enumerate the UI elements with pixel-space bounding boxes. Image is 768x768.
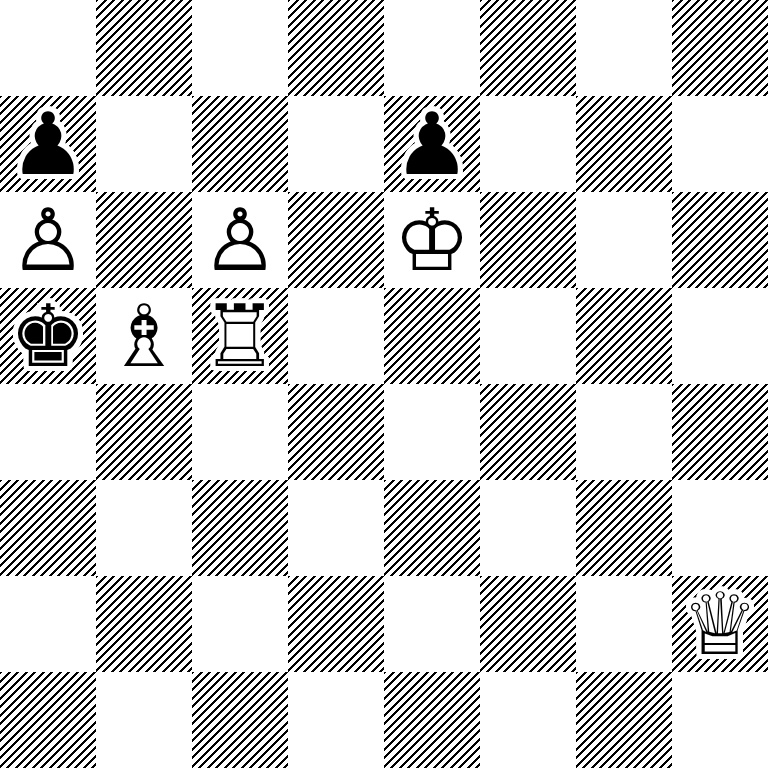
square-f5[interactable]: [480, 288, 576, 384]
chess-board: ♟♟♟♟♟♙♟♙♚♔♚♚♝♗♜♖♛♕: [0, 0, 768, 768]
square-a7[interactable]: ♟♟: [0, 96, 96, 192]
square-f4[interactable]: [480, 384, 576, 480]
square-a3[interactable]: [0, 480, 96, 576]
square-h7[interactable]: [672, 96, 768, 192]
white-pawn-piece: ♟♙: [0, 192, 96, 288]
square-h4[interactable]: [672, 384, 768, 480]
black-king-piece: ♚♚: [0, 288, 96, 384]
square-b3[interactable]: [96, 480, 192, 576]
white-rook-piece: ♜♖: [192, 288, 288, 384]
square-c7[interactable]: [192, 96, 288, 192]
square-a2[interactable]: [0, 576, 96, 672]
square-f6[interactable]: [480, 192, 576, 288]
square-c4[interactable]: [192, 384, 288, 480]
square-d7[interactable]: [288, 96, 384, 192]
square-a1[interactable]: [0, 672, 96, 768]
square-f3[interactable]: [480, 480, 576, 576]
square-h1[interactable]: [672, 672, 768, 768]
piece-glyph: ♟: [384, 96, 480, 192]
square-g1[interactable]: [576, 672, 672, 768]
square-g8[interactable]: [576, 0, 672, 96]
piece-glyph: ♙: [192, 192, 288, 288]
square-c5[interactable]: ♜♖: [192, 288, 288, 384]
square-c1[interactable]: [192, 672, 288, 768]
square-a5[interactable]: ♚♚: [0, 288, 96, 384]
white-bishop-piece: ♝♗: [96, 288, 192, 384]
square-b8[interactable]: [96, 0, 192, 96]
square-d8[interactable]: [288, 0, 384, 96]
square-c2[interactable]: [192, 576, 288, 672]
square-h5[interactable]: [672, 288, 768, 384]
square-d2[interactable]: [288, 576, 384, 672]
square-a6[interactable]: ♟♙: [0, 192, 96, 288]
piece-glyph: ♖: [192, 288, 288, 384]
square-e8[interactable]: [384, 0, 480, 96]
square-d5[interactable]: [288, 288, 384, 384]
square-e1[interactable]: [384, 672, 480, 768]
piece-glyph: ♚: [0, 288, 96, 384]
piece-glyph: ♟: [0, 96, 96, 192]
square-b2[interactable]: [96, 576, 192, 672]
square-e2[interactable]: [384, 576, 480, 672]
square-f8[interactable]: [480, 0, 576, 96]
square-f1[interactable]: [480, 672, 576, 768]
square-a8[interactable]: [0, 0, 96, 96]
square-b6[interactable]: [96, 192, 192, 288]
square-c8[interactable]: [192, 0, 288, 96]
square-h2[interactable]: ♛♕: [672, 576, 768, 672]
square-e6[interactable]: ♚♔: [384, 192, 480, 288]
square-b5[interactable]: ♝♗: [96, 288, 192, 384]
square-g6[interactable]: [576, 192, 672, 288]
square-b1[interactable]: [96, 672, 192, 768]
square-d3[interactable]: [288, 480, 384, 576]
black-pawn-piece: ♟♟: [384, 96, 480, 192]
square-f2[interactable]: [480, 576, 576, 672]
square-f7[interactable]: [480, 96, 576, 192]
square-b4[interactable]: [96, 384, 192, 480]
square-g2[interactable]: [576, 576, 672, 672]
square-e4[interactable]: [384, 384, 480, 480]
square-b7[interactable]: [96, 96, 192, 192]
white-pawn-piece: ♟♙: [192, 192, 288, 288]
square-d1[interactable]: [288, 672, 384, 768]
piece-glyph: ♙: [0, 192, 96, 288]
square-g7[interactable]: [576, 96, 672, 192]
square-h8[interactable]: [672, 0, 768, 96]
square-g3[interactable]: [576, 480, 672, 576]
square-d4[interactable]: [288, 384, 384, 480]
square-e7[interactable]: ♟♟: [384, 96, 480, 192]
square-h3[interactable]: [672, 480, 768, 576]
square-c3[interactable]: [192, 480, 288, 576]
black-pawn-piece: ♟♟: [0, 96, 96, 192]
square-a4[interactable]: [0, 384, 96, 480]
white-king-piece: ♚♔: [384, 192, 480, 288]
square-g5[interactable]: [576, 288, 672, 384]
white-queen-piece: ♛♕: [672, 576, 768, 672]
piece-glyph: ♗: [96, 288, 192, 384]
piece-glyph: ♕: [672, 576, 768, 672]
piece-glyph: ♔: [384, 192, 480, 288]
square-d6[interactable]: [288, 192, 384, 288]
square-e3[interactable]: [384, 480, 480, 576]
square-g4[interactable]: [576, 384, 672, 480]
square-c6[interactable]: ♟♙: [192, 192, 288, 288]
square-e5[interactable]: [384, 288, 480, 384]
square-h6[interactable]: [672, 192, 768, 288]
